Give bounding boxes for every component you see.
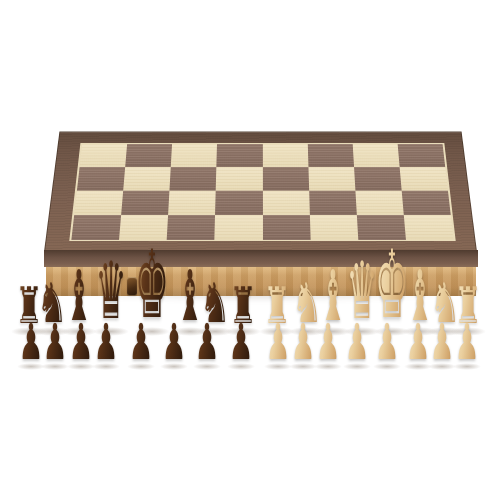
piece-glyph: ♟ <box>429 317 454 367</box>
piece-glyph: ♟ <box>405 317 430 367</box>
piece-glyph: ♟ <box>161 317 186 367</box>
piece-glyph: ♟ <box>128 317 153 367</box>
piece-glyph: ♟ <box>315 317 340 367</box>
piece-glyph: ♟ <box>290 317 315 367</box>
piece-glyph: ♟ <box>93 317 118 367</box>
piece-glyph: ♟ <box>265 317 290 367</box>
piece-glyph: ♟ <box>18 317 43 367</box>
piece-glyph: ♟ <box>194 317 219 367</box>
pieces-layer: ♜♞♝♛♚♝♞♜♜♞♝♛♚♝♞♜♟♟♟♟♟♟♟♟♟♟♟♟♟♟♟♟ <box>0 0 500 500</box>
piece-glyph: ♟ <box>374 317 399 367</box>
piece-glyph: ♟ <box>344 317 369 367</box>
product-photo-chess-set: ♜♞♝♛♚♝♞♜♜♞♝♛♚♝♞♜♟♟♟♟♟♟♟♟♟♟♟♟♟♟♟♟ <box>0 0 500 500</box>
piece-glyph: ♟ <box>68 317 93 367</box>
piece-glyph: ♟ <box>42 317 67 367</box>
piece-glyph: ♟ <box>454 317 479 367</box>
piece-glyph: ♟ <box>228 317 253 367</box>
